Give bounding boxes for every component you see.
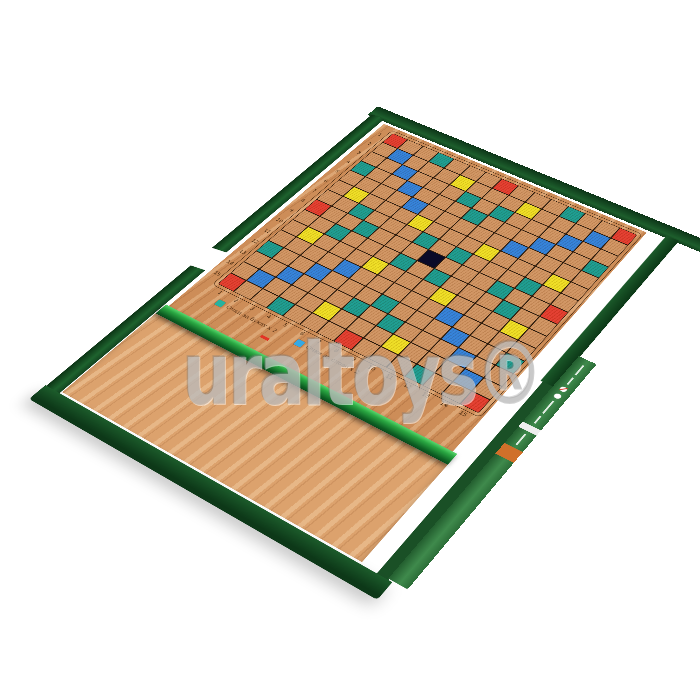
age-warning-icon [558, 386, 568, 393]
side-barcode-patch [518, 422, 541, 436]
legend-swatch [293, 339, 305, 348]
game-box: 123456789101112131415 123456789101112131… [37, 109, 684, 592]
legend-swatch [214, 299, 226, 307]
certification-icon [552, 392, 562, 399]
side-print-line [542, 400, 554, 413]
side-print-line [533, 416, 541, 424]
side-print-line [566, 377, 573, 385]
side-print-line [574, 365, 584, 375]
side-print-line [515, 434, 526, 445]
